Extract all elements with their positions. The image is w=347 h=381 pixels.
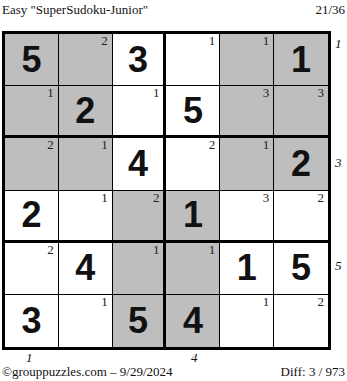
cell-r5c2[interactable]: 4 xyxy=(59,243,113,295)
cell-r6c3[interactable]: 5 xyxy=(113,295,167,347)
pencil-mark: 2 xyxy=(209,138,216,152)
cell-r6c5[interactable]: 1 xyxy=(220,295,274,347)
cell-r1c6[interactable]: 1 xyxy=(274,34,328,86)
pencil-mark: 1 xyxy=(153,86,160,100)
pencil-mark: 3 xyxy=(317,86,324,100)
pencil-mark: 2 xyxy=(47,243,54,257)
cell-r3c3[interactable]: 4 xyxy=(113,138,167,190)
cell-r4c4[interactable]: 1 xyxy=(166,191,220,243)
cell-r5c4[interactable]: 1 xyxy=(166,243,220,295)
cell-r1c1[interactable]: 5 xyxy=(5,34,59,86)
pencil-mark: 2 xyxy=(317,191,324,205)
cell-value: 1 xyxy=(237,250,257,286)
cell-value: 3 xyxy=(21,303,41,339)
cell-value: 4 xyxy=(128,146,148,182)
cell-r3c2[interactable]: 1 xyxy=(59,138,113,190)
puzzle-title: Easy "SuperSudoku-Junior" xyxy=(2,2,148,18)
cell-r4c5[interactable]: 3 xyxy=(220,191,274,243)
cell-r1c5[interactable]: 1 xyxy=(220,34,274,86)
copyright-date: ©grouppuzzles.com – 9/29/2024 xyxy=(2,364,173,380)
pencil-mark: 1 xyxy=(101,295,108,309)
cell-r3c6[interactable]: 2 xyxy=(274,138,328,190)
cell-r2c1[interactable]: 1 xyxy=(5,86,59,138)
difficulty-rating: Diff: 3 / 973 xyxy=(281,364,345,380)
cell-r2c6[interactable]: 3 xyxy=(274,86,328,138)
cell-r2c3[interactable]: 1 xyxy=(113,86,167,138)
pencil-mark: 2 xyxy=(47,138,54,152)
cell-r1c3[interactable]: 3 xyxy=(113,34,167,86)
cell-r4c3[interactable]: 2 xyxy=(113,191,167,243)
cell-r3c1[interactable]: 2 xyxy=(5,138,59,190)
cell-r2c4[interactable]: 5 xyxy=(166,86,220,138)
cell-value: 1 xyxy=(291,42,311,78)
cell-r1c2[interactable]: 2 xyxy=(59,34,113,86)
cell-value: 5 xyxy=(183,93,203,129)
pencil-mark: 1 xyxy=(209,243,216,257)
pencil-mark: 2 xyxy=(317,295,324,309)
pencil-mark: 1 xyxy=(209,34,216,48)
cell-value: 3 xyxy=(128,42,148,78)
cell-r3c5[interactable]: 1 xyxy=(220,138,274,190)
row-label-1: 1 xyxy=(335,36,342,52)
cell-value: 5 xyxy=(21,42,41,78)
pencil-mark: 1 xyxy=(153,243,160,257)
cell-value: 2 xyxy=(21,197,41,233)
pencil-mark: 3 xyxy=(263,86,270,100)
cell-r4c1[interactable]: 2 xyxy=(5,191,59,243)
pencil-mark: 1 xyxy=(101,191,108,205)
cells-remaining-counter: 21/36 xyxy=(315,2,345,18)
cell-r4c2[interactable]: 1 xyxy=(59,191,113,243)
pencil-mark: 1 xyxy=(101,138,108,152)
cell-r6c6[interactable]: 2 xyxy=(274,295,328,347)
pencil-mark: 2 xyxy=(153,191,160,205)
cell-r2c2[interactable]: 2 xyxy=(59,86,113,138)
pencil-mark: 3 xyxy=(263,191,270,205)
cell-r6c4[interactable]: 4 xyxy=(166,295,220,347)
cell-r6c1[interactable]: 3 xyxy=(5,295,59,347)
cell-value: 2 xyxy=(291,146,311,182)
cell-r5c1[interactable]: 2 xyxy=(5,243,59,295)
pencil-mark: 1 xyxy=(263,295,270,309)
cell-r3c4[interactable]: 2 xyxy=(166,138,220,190)
row-label-5: 5 xyxy=(335,258,342,274)
cell-value: 4 xyxy=(75,250,95,286)
cell-r6c2[interactable]: 1 xyxy=(59,295,113,347)
cell-r2c5[interactable]: 3 xyxy=(220,86,274,138)
row-label-3: 3 xyxy=(335,155,342,171)
cell-r1c4[interactable]: 1 xyxy=(166,34,220,86)
board: 523111121533214212212132241115315412 xyxy=(2,31,331,350)
cell-value: 1 xyxy=(183,197,203,233)
pencil-mark: 2 xyxy=(101,34,108,48)
cell-value: 4 xyxy=(183,303,203,339)
cell-value: 5 xyxy=(128,303,148,339)
cell-r5c3[interactable]: 1 xyxy=(113,243,167,295)
cell-value: 5 xyxy=(291,250,311,286)
cell-value: 2 xyxy=(75,93,95,129)
pencil-mark: 1 xyxy=(47,86,54,100)
cell-r5c5[interactable]: 1 xyxy=(220,243,274,295)
col-label-4: 4 xyxy=(191,350,198,366)
cell-r4c6[interactable]: 2 xyxy=(274,191,328,243)
pencil-mark: 1 xyxy=(263,138,270,152)
cell-r5c6[interactable]: 5 xyxy=(274,243,328,295)
pencil-mark: 1 xyxy=(263,34,270,48)
